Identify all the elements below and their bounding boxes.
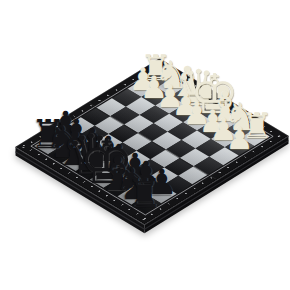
board-side-walls xyxy=(0,0,290,290)
wall-top-lip xyxy=(145,136,289,225)
wall-top-lip xyxy=(16,147,145,225)
chess-set-photo: ♜♞♝♛♚♝♞♜♟♟♟♟♟♟♟♟♟♟♟♟♟♟♟♟♜♞♝♛♚♝♞♜ xyxy=(0,0,290,290)
wall-seam-band xyxy=(145,141,289,230)
wall-seam-band xyxy=(16,152,145,230)
